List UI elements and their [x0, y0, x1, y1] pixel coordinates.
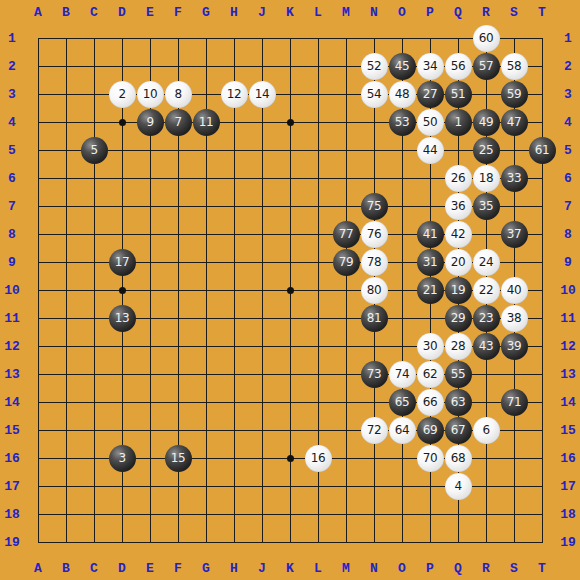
intersection[interactable]	[52, 220, 80, 248]
intersection[interactable]	[136, 136, 164, 164]
intersection[interactable]: 12	[220, 80, 248, 108]
intersection[interactable]	[52, 444, 80, 472]
intersection[interactable]	[24, 108, 52, 136]
intersection[interactable]	[360, 472, 388, 500]
intersection[interactable]: 19	[444, 276, 472, 304]
intersection[interactable]	[304, 472, 332, 500]
intersection[interactable]: 40	[500, 276, 528, 304]
intersection[interactable]	[164, 388, 192, 416]
intersection[interactable]	[360, 24, 388, 52]
intersection[interactable]	[528, 80, 556, 108]
intersection[interactable]	[248, 500, 276, 528]
intersection[interactable]	[192, 248, 220, 276]
intersection[interactable]	[444, 24, 472, 52]
intersection[interactable]	[136, 500, 164, 528]
intersection[interactable]	[248, 332, 276, 360]
intersection[interactable]	[332, 276, 360, 304]
intersection[interactable]: 48	[388, 80, 416, 108]
intersection[interactable]	[108, 24, 136, 52]
intersection[interactable]	[24, 80, 52, 108]
intersection[interactable]	[192, 500, 220, 528]
intersection[interactable]: 5	[80, 136, 108, 164]
intersection[interactable]: 9	[136, 108, 164, 136]
intersection[interactable]	[80, 108, 108, 136]
intersection[interactable]	[304, 164, 332, 192]
intersection[interactable]	[164, 276, 192, 304]
intersection[interactable]	[528, 528, 556, 556]
intersection[interactable]	[416, 192, 444, 220]
intersection[interactable]	[136, 24, 164, 52]
intersection[interactable]	[220, 136, 248, 164]
intersection[interactable]	[248, 136, 276, 164]
intersection[interactable]	[332, 528, 360, 556]
intersection[interactable]	[24, 220, 52, 248]
intersection[interactable]	[136, 528, 164, 556]
intersection[interactable]	[248, 24, 276, 52]
intersection[interactable]	[80, 80, 108, 108]
intersection[interactable]	[108, 136, 136, 164]
intersection[interactable]	[388, 500, 416, 528]
intersection[interactable]	[192, 80, 220, 108]
intersection[interactable]	[192, 444, 220, 472]
intersection[interactable]	[80, 388, 108, 416]
intersection[interactable]	[24, 304, 52, 332]
intersection[interactable]	[304, 108, 332, 136]
intersection[interactable]	[52, 24, 80, 52]
intersection[interactable]: 59	[500, 80, 528, 108]
intersection[interactable]	[80, 360, 108, 388]
intersection[interactable]	[24, 360, 52, 388]
intersection[interactable]	[24, 500, 52, 528]
intersection[interactable]	[248, 416, 276, 444]
intersection[interactable]	[52, 80, 80, 108]
intersection[interactable]	[80, 332, 108, 360]
intersection[interactable]	[528, 220, 556, 248]
intersection[interactable]	[276, 360, 304, 388]
intersection[interactable]	[304, 332, 332, 360]
intersection[interactable]: 15	[164, 444, 192, 472]
intersection[interactable]	[192, 276, 220, 304]
intersection[interactable]	[304, 304, 332, 332]
intersection[interactable]: 16	[304, 444, 332, 472]
intersection[interactable]: 52	[360, 52, 388, 80]
intersection[interactable]: 36	[444, 192, 472, 220]
intersection[interactable]	[276, 444, 304, 472]
intersection[interactable]	[360, 528, 388, 556]
intersection[interactable]: 26	[444, 164, 472, 192]
intersection[interactable]	[332, 388, 360, 416]
intersection[interactable]	[528, 164, 556, 192]
intersection[interactable]: 81	[360, 304, 388, 332]
intersection[interactable]	[304, 500, 332, 528]
intersection[interactable]	[164, 472, 192, 500]
intersection[interactable]	[304, 416, 332, 444]
intersection[interactable]: 63	[444, 388, 472, 416]
intersection[interactable]	[52, 248, 80, 276]
intersection[interactable]	[332, 192, 360, 220]
intersection[interactable]	[528, 444, 556, 472]
intersection[interactable]: 37	[500, 220, 528, 248]
intersection[interactable]	[332, 80, 360, 108]
intersection[interactable]	[220, 416, 248, 444]
intersection[interactable]	[444, 500, 472, 528]
intersection[interactable]	[500, 24, 528, 52]
intersection[interactable]	[304, 136, 332, 164]
intersection[interactable]: 31	[416, 248, 444, 276]
intersection[interactable]	[80, 500, 108, 528]
intersection[interactable]: 43	[472, 332, 500, 360]
intersection[interactable]	[276, 416, 304, 444]
intersection[interactable]	[80, 528, 108, 556]
intersection[interactable]	[52, 192, 80, 220]
intersection[interactable]	[24, 52, 52, 80]
intersection[interactable]: 45	[388, 52, 416, 80]
intersection[interactable]	[108, 388, 136, 416]
intersection[interactable]	[80, 472, 108, 500]
intersection[interactable]	[304, 360, 332, 388]
intersection[interactable]	[52, 108, 80, 136]
intersection[interactable]	[528, 24, 556, 52]
intersection[interactable]: 21	[416, 276, 444, 304]
intersection[interactable]	[136, 164, 164, 192]
intersection[interactable]: 72	[360, 416, 388, 444]
intersection[interactable]	[108, 500, 136, 528]
intersection[interactable]	[528, 360, 556, 388]
intersection[interactable]	[248, 108, 276, 136]
intersection[interactable]	[52, 332, 80, 360]
intersection[interactable]	[500, 444, 528, 472]
intersection[interactable]	[80, 164, 108, 192]
intersection[interactable]	[500, 416, 528, 444]
intersection[interactable]: 4	[444, 472, 472, 500]
intersection[interactable]	[220, 500, 248, 528]
intersection[interactable]	[220, 24, 248, 52]
intersection[interactable]	[164, 52, 192, 80]
intersection[interactable]	[108, 52, 136, 80]
intersection[interactable]	[136, 192, 164, 220]
intersection[interactable]	[528, 472, 556, 500]
intersection[interactable]	[248, 304, 276, 332]
intersection[interactable]	[304, 192, 332, 220]
intersection[interactable]	[388, 192, 416, 220]
intersection[interactable]: 24	[472, 248, 500, 276]
intersection[interactable]	[192, 220, 220, 248]
intersection[interactable]	[80, 304, 108, 332]
intersection[interactable]	[500, 360, 528, 388]
intersection[interactable]	[24, 24, 52, 52]
intersection[interactable]	[332, 108, 360, 136]
intersection[interactable]	[164, 220, 192, 248]
intersection[interactable]	[192, 332, 220, 360]
intersection[interactable]	[388, 332, 416, 360]
intersection[interactable]	[108, 220, 136, 248]
intersection[interactable]	[332, 332, 360, 360]
intersection[interactable]	[304, 24, 332, 52]
intersection[interactable]	[528, 416, 556, 444]
intersection[interactable]	[164, 528, 192, 556]
intersection[interactable]	[472, 444, 500, 472]
intersection[interactable]	[276, 24, 304, 52]
intersection[interactable]	[248, 52, 276, 80]
intersection[interactable]	[136, 360, 164, 388]
intersection[interactable]	[136, 444, 164, 472]
intersection[interactable]: 54	[360, 80, 388, 108]
intersection[interactable]	[192, 192, 220, 220]
intersection[interactable]	[444, 528, 472, 556]
intersection[interactable]	[276, 192, 304, 220]
intersection[interactable]	[472, 388, 500, 416]
intersection[interactable]: 33	[500, 164, 528, 192]
intersection[interactable]	[164, 332, 192, 360]
intersection[interactable]	[136, 52, 164, 80]
intersection[interactable]	[164, 500, 192, 528]
intersection[interactable]: 51	[444, 80, 472, 108]
intersection[interactable]	[80, 276, 108, 304]
intersection[interactable]	[528, 500, 556, 528]
intersection[interactable]	[52, 52, 80, 80]
intersection[interactable]	[220, 164, 248, 192]
intersection[interactable]	[248, 192, 276, 220]
intersection[interactable]	[136, 332, 164, 360]
intersection[interactable]	[24, 444, 52, 472]
intersection[interactable]	[304, 528, 332, 556]
intersection[interactable]	[360, 108, 388, 136]
intersection[interactable]: 79	[332, 248, 360, 276]
intersection[interactable]	[24, 164, 52, 192]
intersection[interactable]	[360, 136, 388, 164]
intersection[interactable]	[164, 24, 192, 52]
intersection[interactable]	[192, 388, 220, 416]
intersection[interactable]: 47	[500, 108, 528, 136]
intersection[interactable]	[304, 248, 332, 276]
intersection[interactable]	[472, 220, 500, 248]
intersection[interactable]	[136, 304, 164, 332]
intersection[interactable]: 14	[248, 80, 276, 108]
intersection[interactable]	[248, 360, 276, 388]
intersection[interactable]	[388, 304, 416, 332]
intersection[interactable]	[528, 192, 556, 220]
intersection[interactable]	[332, 500, 360, 528]
intersection[interactable]	[416, 500, 444, 528]
intersection[interactable]: 2	[108, 80, 136, 108]
intersection[interactable]	[304, 388, 332, 416]
intersection[interactable]: 67	[444, 416, 472, 444]
intersection[interactable]: 10	[136, 80, 164, 108]
intersection[interactable]	[80, 444, 108, 472]
intersection[interactable]: 11	[192, 108, 220, 136]
intersection[interactable]	[52, 416, 80, 444]
intersection[interactable]	[80, 220, 108, 248]
intersection[interactable]	[416, 528, 444, 556]
intersection[interactable]	[108, 332, 136, 360]
intersection[interactable]	[136, 388, 164, 416]
intersection[interactable]	[332, 360, 360, 388]
intersection[interactable]: 53	[388, 108, 416, 136]
intersection[interactable]	[276, 304, 304, 332]
intersection[interactable]	[220, 388, 248, 416]
intersection[interactable]	[108, 276, 136, 304]
intersection[interactable]	[220, 192, 248, 220]
intersection[interactable]	[388, 528, 416, 556]
intersection[interactable]	[248, 444, 276, 472]
intersection[interactable]	[528, 304, 556, 332]
intersection[interactable]: 74	[388, 360, 416, 388]
intersection[interactable]: 57	[472, 52, 500, 80]
intersection[interactable]	[220, 276, 248, 304]
intersection[interactable]	[332, 136, 360, 164]
intersection[interactable]	[192, 528, 220, 556]
intersection[interactable]	[360, 164, 388, 192]
intersection[interactable]	[52, 276, 80, 304]
intersection[interactable]: 8	[164, 80, 192, 108]
intersection[interactable]	[24, 528, 52, 556]
intersection[interactable]	[24, 276, 52, 304]
intersection[interactable]	[52, 304, 80, 332]
intersection[interactable]	[388, 220, 416, 248]
intersection[interactable]: 65	[388, 388, 416, 416]
intersection[interactable]	[80, 24, 108, 52]
intersection[interactable]	[24, 416, 52, 444]
intersection[interactable]: 18	[472, 164, 500, 192]
intersection[interactable]: 78	[360, 248, 388, 276]
intersection[interactable]	[164, 164, 192, 192]
intersection[interactable]	[388, 444, 416, 472]
intersection[interactable]	[388, 248, 416, 276]
intersection[interactable]: 35	[472, 192, 500, 220]
intersection[interactable]	[24, 472, 52, 500]
intersection[interactable]: 68	[444, 444, 472, 472]
intersection[interactable]	[136, 416, 164, 444]
intersection[interactable]	[136, 472, 164, 500]
intersection[interactable]	[192, 164, 220, 192]
intersection[interactable]	[24, 388, 52, 416]
intersection[interactable]: 58	[500, 52, 528, 80]
intersection[interactable]	[276, 164, 304, 192]
intersection[interactable]: 20	[444, 248, 472, 276]
intersection[interactable]: 49	[472, 108, 500, 136]
intersection[interactable]	[276, 248, 304, 276]
intersection[interactable]	[276, 276, 304, 304]
intersection[interactable]	[248, 528, 276, 556]
intersection[interactable]	[164, 136, 192, 164]
intersection[interactable]: 38	[500, 304, 528, 332]
intersection[interactable]	[136, 248, 164, 276]
intersection[interactable]	[248, 388, 276, 416]
intersection[interactable]	[192, 136, 220, 164]
intersection[interactable]	[52, 388, 80, 416]
intersection[interactable]	[388, 136, 416, 164]
intersection[interactable]	[192, 52, 220, 80]
intersection[interactable]	[388, 472, 416, 500]
intersection[interactable]: 64	[388, 416, 416, 444]
intersection[interactable]	[52, 360, 80, 388]
intersection[interactable]	[24, 332, 52, 360]
intersection[interactable]	[416, 164, 444, 192]
intersection[interactable]	[472, 528, 500, 556]
intersection[interactable]	[528, 332, 556, 360]
intersection[interactable]	[136, 220, 164, 248]
intersection[interactable]: 80	[360, 276, 388, 304]
intersection[interactable]: 22	[472, 276, 500, 304]
intersection[interactable]: 39	[500, 332, 528, 360]
intersection[interactable]: 66	[416, 388, 444, 416]
intersection[interactable]	[528, 248, 556, 276]
intersection[interactable]	[80, 192, 108, 220]
intersection[interactable]	[528, 276, 556, 304]
intersection[interactable]	[528, 108, 556, 136]
intersection[interactable]	[276, 80, 304, 108]
intersection[interactable]: 28	[444, 332, 472, 360]
intersection[interactable]	[24, 248, 52, 276]
intersection[interactable]	[388, 24, 416, 52]
intersection[interactable]	[80, 416, 108, 444]
go-board[interactable]: 6052453456575821081214544827515997115350…	[24, 24, 556, 556]
intersection[interactable]	[108, 472, 136, 500]
intersection[interactable]	[528, 388, 556, 416]
intersection[interactable]	[472, 500, 500, 528]
intersection[interactable]	[80, 52, 108, 80]
intersection[interactable]	[276, 220, 304, 248]
intersection[interactable]: 55	[444, 360, 472, 388]
intersection[interactable]	[192, 416, 220, 444]
intersection[interactable]	[332, 164, 360, 192]
intersection[interactable]	[500, 528, 528, 556]
intersection[interactable]	[388, 276, 416, 304]
intersection[interactable]	[304, 220, 332, 248]
intersection[interactable]	[500, 500, 528, 528]
intersection[interactable]	[220, 444, 248, 472]
intersection[interactable]	[276, 500, 304, 528]
intersection[interactable]: 77	[332, 220, 360, 248]
intersection[interactable]	[164, 360, 192, 388]
intersection[interactable]	[52, 164, 80, 192]
intersection[interactable]	[220, 108, 248, 136]
intersection[interactable]: 34	[416, 52, 444, 80]
intersection[interactable]	[276, 528, 304, 556]
intersection[interactable]: 61	[528, 136, 556, 164]
intersection[interactable]	[304, 52, 332, 80]
intersection[interactable]: 29	[444, 304, 472, 332]
intersection[interactable]	[332, 472, 360, 500]
intersection[interactable]: 3	[108, 444, 136, 472]
intersection[interactable]	[192, 24, 220, 52]
intersection[interactable]	[332, 444, 360, 472]
intersection[interactable]	[164, 304, 192, 332]
intersection[interactable]	[472, 472, 500, 500]
intersection[interactable]	[192, 472, 220, 500]
intersection[interactable]	[164, 416, 192, 444]
intersection[interactable]	[528, 52, 556, 80]
intersection[interactable]	[220, 472, 248, 500]
intersection[interactable]	[248, 220, 276, 248]
intersection[interactable]	[24, 192, 52, 220]
intersection[interactable]	[500, 136, 528, 164]
intersection[interactable]	[136, 276, 164, 304]
intersection[interactable]	[360, 444, 388, 472]
intersection[interactable]	[108, 164, 136, 192]
intersection[interactable]	[360, 500, 388, 528]
intersection[interactable]	[108, 192, 136, 220]
intersection[interactable]: 27	[416, 80, 444, 108]
intersection[interactable]	[416, 472, 444, 500]
intersection[interactable]	[360, 388, 388, 416]
intersection[interactable]	[416, 304, 444, 332]
intersection[interactable]: 6	[472, 416, 500, 444]
intersection[interactable]	[388, 164, 416, 192]
intersection[interactable]	[52, 136, 80, 164]
intersection[interactable]: 23	[472, 304, 500, 332]
intersection[interactable]	[80, 248, 108, 276]
